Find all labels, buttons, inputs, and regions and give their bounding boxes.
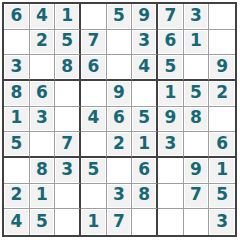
- cell-r2c3: 5: [55, 30, 81, 56]
- given-digit: 6: [138, 161, 150, 178]
- cell-r2c9[interactable]: [209, 30, 235, 56]
- given-digit: 6: [87, 58, 99, 75]
- given-digit: 5: [138, 109, 150, 126]
- given-digit: 9: [138, 7, 150, 24]
- given-digit: 5: [36, 213, 48, 230]
- cell-r2c6: 3: [132, 30, 158, 56]
- given-digit: 3: [164, 135, 176, 152]
- cell-r5c9[interactable]: [209, 107, 235, 133]
- cell-r8c9: 5: [209, 184, 235, 210]
- cell-r5c5: 6: [107, 107, 133, 133]
- cell-r1c4[interactable]: [81, 4, 107, 30]
- given-digit: 4: [138, 58, 150, 75]
- given-digit: 3: [113, 186, 125, 203]
- given-digit: 5: [190, 84, 202, 101]
- cell-r5c3[interactable]: [55, 107, 81, 133]
- cell-r1c7: 7: [158, 4, 184, 30]
- given-digit: 8: [190, 109, 202, 126]
- cell-r7c2: 8: [30, 158, 56, 184]
- cell-r4c9: 2: [209, 81, 235, 107]
- given-digit: 8: [138, 186, 150, 203]
- cell-r4c2: 6: [30, 81, 56, 107]
- cell-r3c4: 6: [81, 55, 107, 81]
- cell-r5c2: 3: [30, 107, 56, 133]
- cell-r9c3[interactable]: [55, 209, 81, 235]
- cell-r6c7: 3: [158, 132, 184, 158]
- cell-r1c1: 6: [4, 4, 30, 30]
- cell-r3c8[interactable]: [184, 55, 210, 81]
- cell-r1c2: 4: [30, 4, 56, 30]
- given-digit: 2: [36, 32, 48, 49]
- given-digit: 7: [164, 7, 176, 24]
- cell-r9c7[interactable]: [158, 209, 184, 235]
- cell-r5c1: 1: [4, 107, 30, 133]
- cell-r9c6[interactable]: [132, 209, 158, 235]
- cell-r7c3: 3: [55, 158, 81, 184]
- cell-r6c1: 5: [4, 132, 30, 158]
- given-digit: 3: [190, 7, 202, 24]
- cell-r3c9: 9: [209, 55, 235, 81]
- given-digit: 3: [10, 58, 22, 75]
- given-digit: 4: [36, 7, 48, 24]
- cell-r4c4[interactable]: [81, 81, 107, 107]
- given-digit: 2: [216, 84, 228, 101]
- cell-r8c3[interactable]: [55, 184, 81, 210]
- given-digit: 4: [10, 213, 22, 230]
- given-digit: 9: [164, 109, 176, 126]
- cell-r7c6: 6: [132, 158, 158, 184]
- cell-r3c3: 8: [55, 55, 81, 81]
- given-digit: 5: [61, 32, 73, 49]
- cell-r8c5: 3: [107, 184, 133, 210]
- given-digit: 7: [113, 213, 125, 230]
- cell-r1c9[interactable]: [209, 4, 235, 30]
- given-digit: 5: [10, 135, 22, 152]
- cell-r7c8: 9: [184, 158, 210, 184]
- given-digit: 4: [87, 109, 99, 126]
- cell-r9c8[interactable]: [184, 209, 210, 235]
- given-digit: 1: [164, 84, 176, 101]
- given-digit: 3: [61, 161, 73, 178]
- cell-r3c6: 4: [132, 55, 158, 81]
- cell-r4c8: 5: [184, 81, 210, 107]
- cell-r3c7: 5: [158, 55, 184, 81]
- given-digit: 1: [190, 32, 202, 49]
- given-digit: 7: [190, 186, 202, 203]
- given-digit: 5: [87, 161, 99, 178]
- given-digit: 3: [138, 32, 150, 49]
- cell-r7c4: 5: [81, 158, 107, 184]
- cell-r2c1[interactable]: [4, 30, 30, 56]
- cell-r1c3: 1: [55, 4, 81, 30]
- cell-r7c7[interactable]: [158, 158, 184, 184]
- cell-r8c4[interactable]: [81, 184, 107, 210]
- given-digit: 9: [216, 58, 228, 75]
- sudoku-page: 6415973257361386459869152134659857213683…: [0, 0, 240, 240]
- cell-r7c9: 1: [209, 158, 235, 184]
- given-digit: 1: [138, 135, 150, 152]
- given-digit: 5: [164, 58, 176, 75]
- cell-r1c6: 9: [132, 4, 158, 30]
- given-digit: 1: [216, 161, 228, 178]
- cell-r5c7: 9: [158, 107, 184, 133]
- cell-r8c8: 7: [184, 184, 210, 210]
- given-digit: 9: [190, 161, 202, 178]
- sudoku-board: 6415973257361386459869152134659857213683…: [2, 2, 237, 237]
- given-digit: 6: [36, 84, 48, 101]
- cell-r3c2[interactable]: [30, 55, 56, 81]
- given-digit: 7: [61, 135, 73, 152]
- cell-r5c8: 8: [184, 107, 210, 133]
- given-digit: 6: [10, 7, 22, 24]
- cell-r9c1: 4: [4, 209, 30, 235]
- given-digit: 9: [113, 84, 125, 101]
- cell-r9c4: 1: [81, 209, 107, 235]
- cell-r6c9: 6: [209, 132, 235, 158]
- given-digit: 2: [10, 186, 22, 203]
- cell-r2c7: 6: [158, 30, 184, 56]
- cell-r9c5: 7: [107, 209, 133, 235]
- cell-r4c5: 9: [107, 81, 133, 107]
- given-digit: 5: [216, 186, 228, 203]
- cell-r6c4[interactable]: [81, 132, 107, 158]
- cell-r8c2: 1: [30, 184, 56, 210]
- cell-r2c5[interactable]: [107, 30, 133, 56]
- cell-r6c2[interactable]: [30, 132, 56, 158]
- cell-r6c8[interactable]: [184, 132, 210, 158]
- given-digit: 3: [216, 213, 228, 230]
- given-digit: 1: [87, 213, 99, 230]
- cell-r8c1: 2: [4, 184, 30, 210]
- given-digit: 1: [10, 109, 22, 126]
- cell-r2c2: 2: [30, 30, 56, 56]
- given-digit: 8: [10, 84, 22, 101]
- cell-r6c5: 2: [107, 132, 133, 158]
- cell-r4c1: 8: [4, 81, 30, 107]
- cell-r2c8: 1: [184, 30, 210, 56]
- cell-r3c1: 3: [4, 55, 30, 81]
- given-digit: 6: [113, 109, 125, 126]
- given-digit: 6: [164, 32, 176, 49]
- cell-r6c6: 1: [132, 132, 158, 158]
- given-digit: 1: [61, 7, 73, 24]
- given-digit: 8: [36, 161, 48, 178]
- cell-r8c7[interactable]: [158, 184, 184, 210]
- cell-r3c5[interactable]: [107, 55, 133, 81]
- given-digit: 7: [87, 32, 99, 49]
- cell-r4c6[interactable]: [132, 81, 158, 107]
- cell-r5c4: 4: [81, 107, 107, 133]
- cell-r5c6: 5: [132, 107, 158, 133]
- given-digit: 1: [36, 186, 48, 203]
- cell-r1c8: 3: [184, 4, 210, 30]
- given-digit: 8: [61, 58, 73, 75]
- cell-r2c4: 7: [81, 30, 107, 56]
- given-digit: 6: [216, 135, 228, 152]
- cell-r1c5: 5: [107, 4, 133, 30]
- cell-r4c7: 1: [158, 81, 184, 107]
- cell-r6c3: 7: [55, 132, 81, 158]
- given-digit: 3: [36, 109, 48, 126]
- cell-r4c3[interactable]: [55, 81, 81, 107]
- cell-r9c2: 5: [30, 209, 56, 235]
- given-digit: 2: [113, 135, 125, 152]
- cell-r7c1[interactable]: [4, 158, 30, 184]
- cell-r8c6: 8: [132, 184, 158, 210]
- cell-r7c5[interactable]: [107, 158, 133, 184]
- given-digit: 5: [113, 7, 125, 24]
- cell-r9c9: 3: [209, 209, 235, 235]
